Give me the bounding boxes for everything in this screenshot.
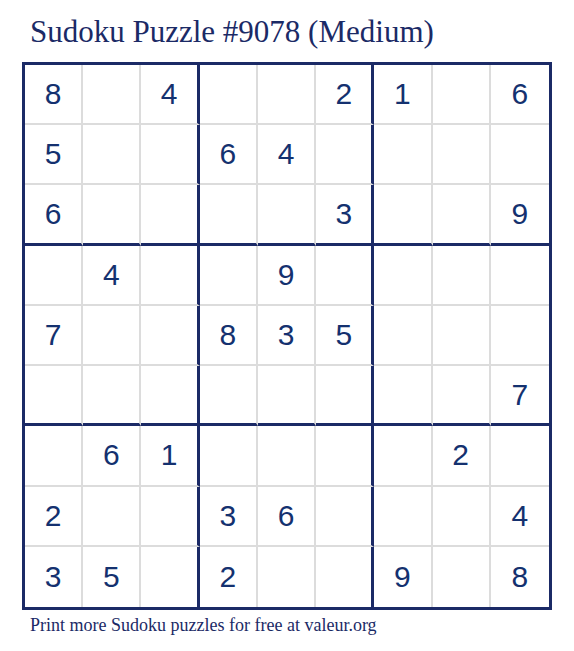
sudoku-cell-given: 5 [316, 306, 374, 366]
sudoku-cell-empty[interactable] [316, 366, 374, 426]
sudoku-board: 842165646394978357612236435298 [22, 62, 552, 610]
sudoku-cell-given: 4 [141, 65, 199, 125]
sudoku-cell-given: 8 [25, 65, 83, 125]
sudoku-cell-given: 6 [200, 125, 258, 185]
sudoku-cell-empty[interactable] [141, 185, 199, 245]
sudoku-cell-empty[interactable] [491, 306, 549, 366]
sudoku-cell-empty[interactable] [83, 65, 141, 125]
sudoku-cell-given: 7 [491, 366, 549, 426]
sudoku-cell-empty[interactable] [258, 426, 316, 486]
sudoku-cell-given: 6 [258, 487, 316, 547]
sudoku-cell-empty[interactable] [258, 547, 316, 607]
sudoku-cell-given: 2 [200, 547, 258, 607]
sudoku-cell-given: 2 [316, 65, 374, 125]
sudoku-cell-given: 3 [25, 547, 83, 607]
sudoku-cell-given: 8 [491, 547, 549, 607]
sudoku-cell-given: 3 [200, 487, 258, 547]
sudoku-cell-empty[interactable] [433, 547, 491, 607]
sudoku-cell-given: 5 [25, 125, 83, 185]
sudoku-cell-empty[interactable] [83, 487, 141, 547]
sudoku-cell-empty[interactable] [491, 246, 549, 306]
sudoku-cell-given: 7 [25, 306, 83, 366]
sudoku-cell-empty[interactable] [141, 125, 199, 185]
sudoku-cell-empty[interactable] [433, 366, 491, 426]
sudoku-cell-empty[interactable] [258, 185, 316, 245]
sudoku-cell-given: 3 [258, 306, 316, 366]
sudoku-cell-given: 6 [25, 185, 83, 245]
sudoku-cell-empty[interactable] [374, 246, 432, 306]
sudoku-cell-empty[interactable] [316, 246, 374, 306]
sudoku-cell-empty[interactable] [433, 487, 491, 547]
sudoku-cell-given: 9 [374, 547, 432, 607]
sudoku-cell-empty[interactable] [83, 125, 141, 185]
sudoku-cell-given: 9 [491, 185, 549, 245]
sudoku-cell-given: 5 [83, 547, 141, 607]
sudoku-cell-given: 4 [258, 125, 316, 185]
sudoku-cell-empty[interactable] [141, 306, 199, 366]
footer-credit-text: Print more Sudoku puzzles for free at va… [30, 615, 377, 636]
sudoku-cell-empty[interactable] [141, 246, 199, 306]
sudoku-cell-empty[interactable] [433, 185, 491, 245]
sudoku-cell-empty[interactable] [25, 426, 83, 486]
sudoku-cell-given: 2 [433, 426, 491, 486]
sudoku-cell-given: 1 [374, 65, 432, 125]
sudoku-cell-empty[interactable] [200, 65, 258, 125]
sudoku-cell-empty[interactable] [491, 426, 549, 486]
sudoku-cell-given: 4 [83, 246, 141, 306]
sudoku-cell-empty[interactable] [141, 366, 199, 426]
sudoku-cell-given: 1 [141, 426, 199, 486]
sudoku-cell-empty[interactable] [316, 487, 374, 547]
sudoku-cell-empty[interactable] [316, 547, 374, 607]
sudoku-cell-empty[interactable] [200, 426, 258, 486]
sudoku-cell-given: 2 [25, 487, 83, 547]
sudoku-cell-given: 6 [491, 65, 549, 125]
sudoku-cell-empty[interactable] [200, 185, 258, 245]
sudoku-cell-empty[interactable] [25, 366, 83, 426]
sudoku-cell-empty[interactable] [316, 125, 374, 185]
sudoku-cell-empty[interactable] [374, 185, 432, 245]
sudoku-cell-empty[interactable] [374, 487, 432, 547]
sudoku-cell-empty[interactable] [433, 125, 491, 185]
sudoku-cell-empty[interactable] [83, 306, 141, 366]
sudoku-cell-given: 6 [83, 426, 141, 486]
sudoku-cell-empty[interactable] [258, 366, 316, 426]
page-title: Sudoku Puzzle #9078 (Medium) [30, 14, 434, 50]
sudoku-cell-given: 3 [316, 185, 374, 245]
sudoku-cell-empty[interactable] [258, 65, 316, 125]
sudoku-cell-empty[interactable] [433, 65, 491, 125]
sudoku-cell-given: 4 [491, 487, 549, 547]
sudoku-cell-empty[interactable] [433, 246, 491, 306]
sudoku-cell-empty[interactable] [491, 125, 549, 185]
sudoku-cell-empty[interactable] [83, 185, 141, 245]
sudoku-cell-empty[interactable] [374, 366, 432, 426]
sudoku-cell-empty[interactable] [374, 306, 432, 366]
sudoku-cell-empty[interactable] [374, 125, 432, 185]
sudoku-cell-empty[interactable] [316, 426, 374, 486]
sudoku-cell-empty[interactable] [25, 246, 83, 306]
sudoku-cell-empty[interactable] [200, 246, 258, 306]
sudoku-cell-empty[interactable] [374, 426, 432, 486]
sudoku-cell-given: 8 [200, 306, 258, 366]
sudoku-cell-empty[interactable] [200, 366, 258, 426]
sudoku-cell-empty[interactable] [433, 306, 491, 366]
sudoku-cell-empty[interactable] [83, 366, 141, 426]
sudoku-cell-empty[interactable] [141, 547, 199, 607]
sudoku-cell-given: 9 [258, 246, 316, 306]
sudoku-cell-empty[interactable] [141, 487, 199, 547]
